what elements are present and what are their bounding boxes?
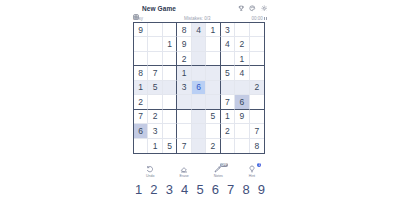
cell-r9c5[interactable] bbox=[192, 139, 206, 153]
numpad-3[interactable]: 3 bbox=[166, 183, 173, 197]
cell-r4c3[interactable] bbox=[163, 66, 177, 80]
hint-button[interactable]: 1 Hint bbox=[248, 165, 256, 178]
bulb-icon bbox=[248, 165, 256, 173]
tool-label: Hint bbox=[249, 174, 255, 178]
cell-r8c3[interactable] bbox=[163, 124, 177, 138]
cell-r9c4[interactable]: 7 bbox=[177, 139, 191, 153]
cell-r4c8[interactable]: 4 bbox=[235, 66, 249, 80]
numpad-4[interactable]: 4 bbox=[181, 183, 188, 197]
tool-label: Undo bbox=[146, 174, 154, 178]
cell-r7c7[interactable]: 1 bbox=[221, 110, 235, 124]
cell-r7c2[interactable]: 2 bbox=[148, 110, 162, 124]
cell-r9c7[interactable] bbox=[221, 139, 235, 153]
cell-r4c6[interactable] bbox=[206, 66, 220, 80]
erase-button[interactable]: Erase bbox=[179, 165, 188, 178]
cell-r1c4[interactable]: 8 bbox=[177, 23, 191, 37]
settings-icon[interactable] bbox=[261, 5, 268, 12]
cell-r3c1[interactable] bbox=[134, 52, 148, 66]
cell-r1c9[interactable] bbox=[250, 23, 264, 37]
cell-r2c1[interactable] bbox=[134, 37, 148, 51]
cell-r7c8[interactable]: 9 bbox=[235, 110, 249, 124]
cell-r6c1[interactable]: 2 bbox=[134, 95, 148, 109]
cell-r8c8[interactable] bbox=[235, 124, 249, 138]
cell-r8c5[interactable] bbox=[192, 124, 206, 138]
cell-r7c4[interactable] bbox=[177, 110, 191, 124]
cell-r7c5[interactable] bbox=[192, 110, 206, 124]
cell-r2c3[interactable]: 1 bbox=[163, 37, 177, 51]
tool-label: Erase bbox=[179, 174, 188, 178]
cell-r7c6[interactable]: 5 bbox=[206, 110, 220, 124]
cell-r4c2[interactable]: 7 bbox=[148, 66, 162, 80]
cell-r7c3[interactable] bbox=[163, 110, 177, 124]
cell-r2c9[interactable] bbox=[250, 37, 264, 51]
header: New Game bbox=[133, 4, 267, 13]
cell-r8c2[interactable]: 3 bbox=[148, 124, 162, 138]
cell-r9c8[interactable] bbox=[235, 139, 249, 153]
notes-button[interactable]: OFF Notes bbox=[214, 165, 223, 178]
cell-r6c7[interactable]: 7 bbox=[221, 95, 235, 109]
cell-r5c2[interactable]: 5 bbox=[148, 81, 162, 95]
cell-r5c6[interactable] bbox=[206, 81, 220, 95]
notes-badge: OFF bbox=[220, 163, 228, 167]
cell-r8c7[interactable]: 2 bbox=[221, 124, 235, 138]
cell-r5c9[interactable]: 2 bbox=[250, 81, 264, 95]
cell-r5c4[interactable]: 3 bbox=[177, 81, 191, 95]
cell-r4c4[interactable]: 1 bbox=[177, 66, 191, 80]
sudoku-app: New Game Easy Mistakes: 0/3 00:00 984131… bbox=[133, 0, 267, 197]
cell-r9c6[interactable]: 2 bbox=[206, 139, 220, 153]
cell-r1c1[interactable]: 9 bbox=[134, 23, 148, 37]
cell-r3c3[interactable] bbox=[163, 52, 177, 66]
tool-label: Notes bbox=[214, 174, 223, 178]
cell-r5c7[interactable] bbox=[221, 81, 235, 95]
numpad-8[interactable]: 8 bbox=[242, 183, 249, 197]
cell-r6c9[interactable] bbox=[250, 95, 264, 109]
page-title: New Game bbox=[142, 5, 176, 12]
cell-r3c5[interactable] bbox=[192, 52, 206, 66]
cell-r5c1[interactable]: 1 bbox=[134, 81, 148, 95]
toolbar: Undo Erase OFF Notes 1 Hint bbox=[133, 165, 267, 178]
cell-r3c4[interactable]: 2 bbox=[177, 52, 191, 66]
status-bar: Easy Mistakes: 0/3 00:00 bbox=[133, 14, 267, 22]
cell-r3c2[interactable] bbox=[148, 52, 162, 66]
cell-r4c1[interactable]: 8 bbox=[134, 66, 148, 80]
numpad: 123456789 bbox=[133, 183, 267, 197]
cell-r3c6[interactable] bbox=[206, 52, 220, 66]
cell-r9c1[interactable] bbox=[134, 139, 148, 153]
theme-icon[interactable] bbox=[249, 5, 256, 12]
mistakes-counter: Mistakes: 0/3 bbox=[184, 16, 211, 21]
cell-r8c6[interactable] bbox=[206, 124, 220, 138]
cell-r3c7[interactable] bbox=[221, 52, 235, 66]
cell-r1c6[interactable]: 1 bbox=[206, 23, 220, 37]
cell-r2c6[interactable] bbox=[206, 37, 220, 51]
cell-r1c8[interactable] bbox=[235, 23, 249, 37]
trophy-icon[interactable] bbox=[238, 5, 245, 12]
cell-r3c8[interactable]: 1 bbox=[235, 52, 249, 66]
numpad-1[interactable]: 1 bbox=[135, 183, 142, 197]
numpad-5[interactable]: 5 bbox=[196, 183, 203, 197]
cell-r5c8[interactable] bbox=[235, 81, 249, 95]
cell-r2c5[interactable] bbox=[192, 37, 206, 51]
undo-icon bbox=[146, 165, 154, 173]
numpad-6[interactable]: 6 bbox=[212, 183, 219, 197]
cell-r6c6[interactable] bbox=[206, 95, 220, 109]
cell-r4c5[interactable] bbox=[192, 66, 206, 80]
eraser-icon bbox=[180, 165, 188, 173]
sudoku-board: 98413194221871541536227672519632715728 bbox=[133, 22, 265, 154]
cell-r6c2[interactable] bbox=[148, 95, 162, 109]
cell-r6c4[interactable] bbox=[177, 95, 191, 109]
cell-r4c7[interactable]: 5 bbox=[221, 66, 235, 80]
numpad-7[interactable]: 7 bbox=[227, 183, 234, 197]
cell-r7c1[interactable]: 7 bbox=[134, 110, 148, 124]
cell-r6c3[interactable] bbox=[163, 95, 177, 109]
cell-r2c4[interactable]: 9 bbox=[177, 37, 191, 51]
difficulty-label: Easy bbox=[133, 16, 143, 21]
cell-r3c9[interactable] bbox=[250, 52, 264, 66]
hint-badge: 1 bbox=[257, 163, 261, 167]
cell-r7c9[interactable] bbox=[250, 110, 264, 124]
cell-r6c5[interactable] bbox=[192, 95, 206, 109]
cell-r2c8[interactable]: 2 bbox=[235, 37, 249, 51]
cell-r1c7[interactable]: 3 bbox=[221, 23, 235, 37]
cell-r9c9[interactable]: 8 bbox=[250, 139, 264, 153]
cell-r1c2[interactable] bbox=[148, 23, 162, 37]
board-menu-icon[interactable] bbox=[133, 6, 139, 12]
cell-r5c5[interactable]: 6 bbox=[192, 81, 206, 95]
cell-r2c7[interactable]: 4 bbox=[221, 37, 235, 51]
cell-r9c2[interactable]: 1 bbox=[148, 139, 162, 153]
cell-r4c9[interactable] bbox=[250, 66, 264, 80]
cell-r8c1[interactable]: 6 bbox=[134, 124, 148, 138]
cell-r2c2[interactable] bbox=[148, 37, 162, 51]
cell-r8c4[interactable] bbox=[177, 124, 191, 138]
numpad-9[interactable]: 9 bbox=[258, 183, 265, 197]
cell-r1c5[interactable]: 4 bbox=[192, 23, 206, 37]
cell-r6c8[interactable]: 6 bbox=[235, 95, 249, 109]
cell-r9c3[interactable]: 5 bbox=[163, 139, 177, 153]
numpad-2[interactable]: 2 bbox=[150, 183, 157, 197]
header-icons bbox=[238, 5, 268, 12]
pause-icon[interactable] bbox=[264, 17, 267, 20]
undo-button[interactable]: Undo bbox=[146, 165, 154, 178]
cell-r5c3[interactable] bbox=[163, 81, 177, 95]
cell-r8c9[interactable]: 7 bbox=[250, 124, 264, 138]
cell-r1c3[interactable] bbox=[163, 23, 177, 37]
timer: 00:00 bbox=[251, 16, 262, 21]
